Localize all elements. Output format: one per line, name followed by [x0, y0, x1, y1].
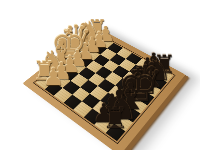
piece-black-rook-h8[interactable]: ♜	[102, 105, 129, 135]
piece-white-pawn-h2[interactable]: ♟	[43, 66, 64, 90]
photo-stage: ♜♞♝♚♛♝♞♜♟♟♟♟♟♟♟♟♟♟♟♟♟♟♟♟♜♞♝♚♛♝♞♜	[0, 0, 200, 150]
